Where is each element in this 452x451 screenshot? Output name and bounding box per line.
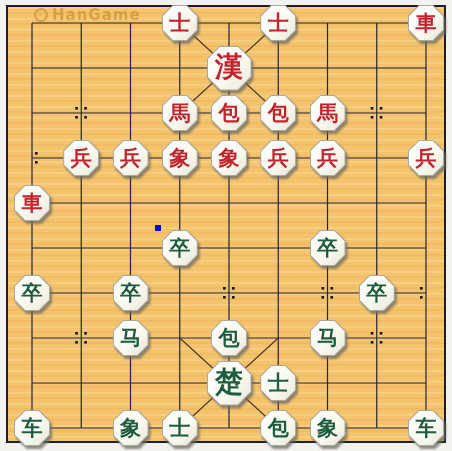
piece-glyph: 漢 [215, 53, 243, 81]
piece-glyph: 象 [169, 147, 190, 168]
piece-glyph: 楚 [215, 368, 243, 396]
piece-glyph: 卒 [317, 237, 338, 258]
piece-cho-soldier[interactable]: 卒 [310, 230, 346, 266]
piece-han-soldier[interactable]: 兵 [113, 140, 149, 176]
piece-glyph: 兵 [268, 147, 289, 168]
piece-glyph: 象 [317, 417, 338, 438]
piece-glyph: 士 [268, 372, 289, 393]
piece-glyph: 象 [219, 147, 240, 168]
piece-glyph: 卒 [120, 282, 141, 303]
game-window: HanGame 士士車漢馬包包馬兵兵象象兵兵兵車卒卒卒卒卒马包马楚士车象士包象车 [0, 0, 452, 451]
piece-cho-advisor[interactable]: 士 [260, 365, 296, 401]
piece-cho-soldier[interactable]: 卒 [162, 230, 198, 266]
piece-cho-horse[interactable]: 马 [113, 320, 149, 356]
piece-cho-soldier[interactable]: 卒 [14, 275, 50, 311]
piece-han-cannon[interactable]: 包 [260, 95, 296, 131]
piece-cho-cannon[interactable]: 包 [260, 410, 296, 446]
piece-han-general[interactable]: 漢 [207, 46, 252, 91]
piece-glyph: 士 [268, 12, 289, 33]
piece-glyph: 士 [169, 417, 190, 438]
piece-han-cannon[interactable]: 包 [211, 95, 247, 131]
piece-han-elephant[interactable]: 象 [162, 140, 198, 176]
piece-glyph: 兵 [317, 147, 338, 168]
piece-han-soldier[interactable]: 兵 [408, 140, 444, 176]
piece-glyph: 兵 [120, 147, 141, 168]
piece-cho-soldier[interactable]: 卒 [359, 275, 395, 311]
piece-cho-horse[interactable]: 马 [310, 320, 346, 356]
piece-han-soldier[interactable]: 兵 [310, 140, 346, 176]
piece-han-soldier[interactable]: 兵 [260, 140, 296, 176]
piece-glyph: 士 [169, 12, 190, 33]
piece-glyph: 馬 [169, 102, 190, 123]
piece-glyph: 车 [416, 417, 437, 438]
piece-glyph: 兵 [416, 147, 437, 168]
piece-glyph: 兵 [71, 147, 92, 168]
piece-glyph: 包 [268, 102, 289, 123]
piece-glyph: 卒 [366, 282, 387, 303]
piece-cho-elephant[interactable]: 象 [310, 410, 346, 446]
piece-han-advisor[interactable]: 士 [162, 5, 198, 41]
piece-han-soldier[interactable]: 兵 [63, 140, 99, 176]
piece-han-chariot[interactable]: 車 [14, 185, 50, 221]
selection-marker [155, 225, 161, 231]
piece-han-horse[interactable]: 馬 [310, 95, 346, 131]
piece-glyph: 包 [219, 102, 240, 123]
piece-cho-cannon[interactable]: 包 [211, 320, 247, 356]
piece-glyph: 車 [416, 12, 437, 33]
piece-cho-chariot[interactable]: 车 [14, 410, 50, 446]
piece-glyph: 马 [317, 327, 338, 348]
piece-han-chariot[interactable]: 車 [408, 5, 444, 41]
piece-glyph: 車 [22, 192, 43, 213]
piece-han-horse[interactable]: 馬 [162, 95, 198, 131]
piece-glyph: 包 [219, 327, 240, 348]
piece-glyph: 卒 [169, 237, 190, 258]
piece-cho-chariot[interactable]: 车 [408, 410, 444, 446]
piece-glyph: 馬 [317, 102, 338, 123]
piece-cho-soldier[interactable]: 卒 [113, 275, 149, 311]
piece-han-advisor[interactable]: 士 [260, 5, 296, 41]
piece-cho-elephant[interactable]: 象 [113, 410, 149, 446]
piece-han-elephant[interactable]: 象 [211, 140, 247, 176]
piece-glyph: 包 [268, 417, 289, 438]
piece-glyph: 象 [120, 417, 141, 438]
piece-glyph: 马 [120, 327, 141, 348]
piece-cho-advisor[interactable]: 士 [162, 410, 198, 446]
piece-glyph: 卒 [22, 282, 43, 303]
piece-cho-general[interactable]: 楚 [207, 361, 252, 406]
piece-glyph: 车 [22, 417, 43, 438]
